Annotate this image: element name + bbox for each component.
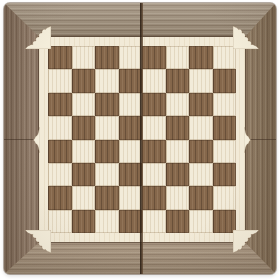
square-d6[interactable] [119,93,143,116]
square-e7[interactable] [142,69,166,92]
square-b7[interactable] [72,69,96,92]
square-d1[interactable] [119,210,143,233]
square-e4[interactable] [142,140,166,163]
square-g1[interactable] [189,210,213,233]
square-f2[interactable] [166,186,190,209]
square-e3[interactable] [142,163,166,186]
frame-joint-left [4,139,39,140]
fold-seam [140,3,143,274]
square-h1[interactable] [213,210,237,233]
square-a7[interactable] [48,69,72,92]
square-e8[interactable] [142,46,166,69]
square-c8[interactable] [95,46,119,69]
square-g6[interactable] [189,93,213,116]
frame-joint-right [245,139,276,140]
square-b2[interactable] [72,186,96,209]
square-c1[interactable] [95,210,119,233]
square-d3[interactable] [119,163,143,186]
square-g8[interactable] [189,46,213,69]
square-e5[interactable] [142,116,166,139]
square-e6[interactable] [142,93,166,116]
square-a1[interactable] [48,210,72,233]
square-h2[interactable] [213,186,237,209]
square-d4[interactable] [119,140,143,163]
square-a2[interactable] [48,186,72,209]
square-h6[interactable] [213,93,237,116]
square-f8[interactable] [166,46,190,69]
square-b4[interactable] [72,140,96,163]
square-f3[interactable] [166,163,190,186]
square-a5[interactable] [48,116,72,139]
square-d8[interactable] [119,46,143,69]
square-h4[interactable] [213,140,237,163]
square-b1[interactable] [72,210,96,233]
square-g5[interactable] [189,116,213,139]
square-d2[interactable] [119,186,143,209]
chess-board [4,3,276,274]
square-b6[interactable] [72,93,96,116]
square-e1[interactable] [142,210,166,233]
square-c7[interactable] [95,69,119,92]
square-b8[interactable] [72,46,96,69]
square-g4[interactable] [189,140,213,163]
square-c3[interactable] [95,163,119,186]
square-h7[interactable] [213,69,237,92]
square-h5[interactable] [213,116,237,139]
square-c6[interactable] [95,93,119,116]
square-g3[interactable] [189,163,213,186]
square-h3[interactable] [213,163,237,186]
square-b5[interactable] [72,116,96,139]
square-a3[interactable] [48,163,72,186]
square-e2[interactable] [142,186,166,209]
square-h8[interactable] [213,46,237,69]
square-c4[interactable] [95,140,119,163]
square-d7[interactable] [119,69,143,92]
square-f6[interactable] [166,93,190,116]
square-b3[interactable] [72,163,96,186]
square-f5[interactable] [166,116,190,139]
square-f1[interactable] [166,210,190,233]
square-f7[interactable] [166,69,190,92]
square-g2[interactable] [189,186,213,209]
square-a6[interactable] [48,93,72,116]
square-c5[interactable] [95,116,119,139]
square-a8[interactable] [48,46,72,69]
square-a4[interactable] [48,140,72,163]
square-c2[interactable] [95,186,119,209]
square-f4[interactable] [166,140,190,163]
square-g7[interactable] [189,69,213,92]
page-background [0,0,280,280]
square-d5[interactable] [119,116,143,139]
